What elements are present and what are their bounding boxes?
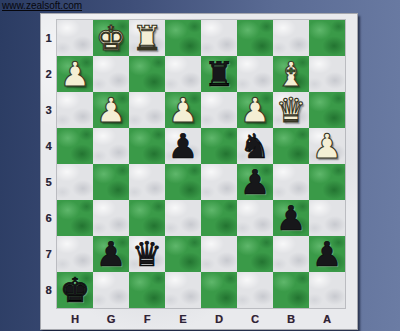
square-d2[interactable]: ♜	[201, 56, 237, 92]
square-b4[interactable]	[273, 128, 309, 164]
square-g3[interactable]: ♟	[93, 92, 129, 128]
file-labels: HGFEDCBA	[57, 310, 345, 328]
square-e4[interactable]: ♟	[165, 128, 201, 164]
square-d3[interactable]	[201, 92, 237, 128]
piece-black-queen[interactable]: ♛	[132, 236, 162, 272]
square-a2[interactable]	[309, 56, 345, 92]
square-h3[interactable]	[57, 92, 93, 128]
rank-label-6: 6	[40, 200, 57, 236]
rank-label-7: 7	[40, 236, 57, 272]
rank-label-2: 2	[40, 56, 57, 92]
square-b8[interactable]	[273, 272, 309, 308]
square-f3[interactable]	[129, 92, 165, 128]
chessboard-panel: 12345678 ♚♜♟♜♝♟♟♟♛♟♞♟♟♟♟♛♟♚ HGFEDCBA	[40, 13, 358, 330]
piece-black-king[interactable]: ♚	[60, 272, 90, 308]
piece-white-rook[interactable]: ♜	[132, 20, 162, 56]
piece-black-pawn[interactable]: ♟	[168, 128, 198, 164]
square-g5[interactable]	[93, 164, 129, 200]
square-a3[interactable]	[309, 92, 345, 128]
app-window: { "game": "chess", "watermark": "www.zea…	[0, 0, 400, 331]
square-d6[interactable]	[201, 200, 237, 236]
square-b6[interactable]: ♟	[273, 200, 309, 236]
watermark-text: www.zealsoft.com	[2, 0, 82, 12]
square-a7[interactable]: ♟	[309, 236, 345, 272]
piece-black-pawn[interactable]: ♟	[312, 236, 342, 272]
square-b5[interactable]	[273, 164, 309, 200]
square-h5[interactable]	[57, 164, 93, 200]
file-label-f: F	[129, 310, 165, 328]
square-a5[interactable]	[309, 164, 345, 200]
square-e7[interactable]	[165, 236, 201, 272]
square-c6[interactable]	[237, 200, 273, 236]
square-f5[interactable]	[129, 164, 165, 200]
rank-label-8: 8	[40, 272, 57, 308]
square-d4[interactable]	[201, 128, 237, 164]
square-f8[interactable]	[129, 272, 165, 308]
rank-label-1: 1	[40, 20, 57, 56]
square-g6[interactable]	[93, 200, 129, 236]
square-f6[interactable]	[129, 200, 165, 236]
rank-label-3: 3	[40, 92, 57, 128]
square-g4[interactable]	[93, 128, 129, 164]
rank-label-5: 5	[40, 164, 57, 200]
piece-white-pawn[interactable]: ♟	[60, 56, 90, 92]
square-g7[interactable]: ♟	[93, 236, 129, 272]
file-label-b: B	[273, 310, 309, 328]
square-c1[interactable]	[237, 20, 273, 56]
piece-white-pawn[interactable]: ♟	[240, 92, 270, 128]
square-e6[interactable]	[165, 200, 201, 236]
square-d5[interactable]	[201, 164, 237, 200]
file-label-h: H	[57, 310, 93, 328]
piece-black-knight[interactable]: ♞	[240, 128, 270, 164]
square-h1[interactable]	[57, 20, 93, 56]
square-e2[interactable]	[165, 56, 201, 92]
square-c3[interactable]: ♟	[237, 92, 273, 128]
square-g2[interactable]	[93, 56, 129, 92]
square-h7[interactable]	[57, 236, 93, 272]
rank-labels: 12345678	[40, 20, 57, 308]
square-c8[interactable]	[237, 272, 273, 308]
piece-white-queen[interactable]: ♛	[276, 92, 306, 128]
square-a4[interactable]: ♟	[309, 128, 345, 164]
piece-white-bishop[interactable]: ♝	[276, 56, 306, 92]
square-b2[interactable]: ♝	[273, 56, 309, 92]
piece-white-pawn[interactable]: ♟	[312, 128, 342, 164]
square-b7[interactable]	[273, 236, 309, 272]
square-h8[interactable]: ♚	[57, 272, 93, 308]
square-d8[interactable]	[201, 272, 237, 308]
square-b3[interactable]: ♛	[273, 92, 309, 128]
square-f4[interactable]	[129, 128, 165, 164]
square-h4[interactable]	[57, 128, 93, 164]
file-label-a: A	[309, 310, 345, 328]
square-a6[interactable]	[309, 200, 345, 236]
square-c4[interactable]: ♞	[237, 128, 273, 164]
rank-label-4: 4	[40, 128, 57, 164]
square-e1[interactable]	[165, 20, 201, 56]
square-a1[interactable]	[309, 20, 345, 56]
square-f7[interactable]: ♛	[129, 236, 165, 272]
piece-black-pawn[interactable]: ♟	[240, 164, 270, 200]
square-c2[interactable]	[237, 56, 273, 92]
square-f2[interactable]	[129, 56, 165, 92]
square-g8[interactable]	[93, 272, 129, 308]
square-e5[interactable]	[165, 164, 201, 200]
piece-white-pawn[interactable]: ♟	[96, 92, 126, 128]
file-label-g: G	[93, 310, 129, 328]
file-label-c: C	[237, 310, 273, 328]
square-h6[interactable]	[57, 200, 93, 236]
file-label-e: E	[165, 310, 201, 328]
piece-white-pawn[interactable]: ♟	[168, 92, 198, 128]
file-label-d: D	[201, 310, 237, 328]
piece-black-pawn[interactable]: ♟	[96, 236, 126, 272]
square-h2[interactable]: ♟	[57, 56, 93, 92]
square-d7[interactable]	[201, 236, 237, 272]
square-f1[interactable]: ♜	[129, 20, 165, 56]
piece-white-king[interactable]: ♚	[96, 20, 126, 56]
square-c7[interactable]	[237, 236, 273, 272]
square-d1[interactable]	[201, 20, 237, 56]
square-b1[interactable]	[273, 20, 309, 56]
piece-black-rook[interactable]: ♜	[204, 56, 234, 92]
chess-board[interactable]: ♚♜♟♜♝♟♟♟♛♟♞♟♟♟♟♛♟♚	[57, 20, 345, 308]
piece-black-pawn[interactable]: ♟	[276, 200, 306, 236]
square-e3[interactable]: ♟	[165, 92, 201, 128]
square-c5[interactable]: ♟	[237, 164, 273, 200]
square-g1[interactable]: ♚	[93, 20, 129, 56]
square-a8[interactable]	[309, 272, 345, 308]
square-e8[interactable]	[165, 272, 201, 308]
